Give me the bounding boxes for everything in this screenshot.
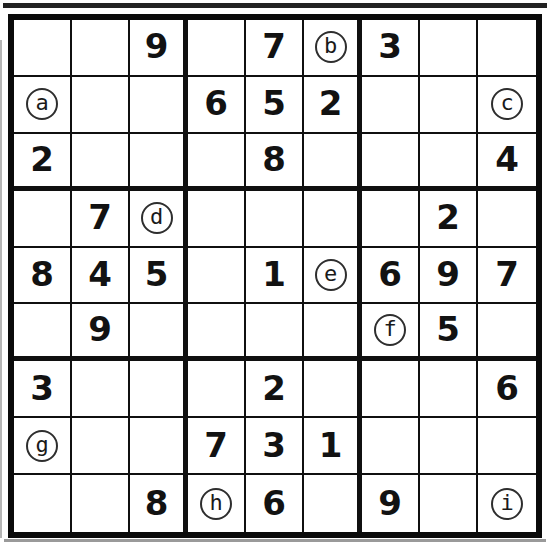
circled-letter-e: e (315, 259, 347, 291)
given-digit: 6 (262, 486, 286, 522)
cell-r1c7[interactable]: 3 (362, 20, 420, 77)
cell-r2c8[interactable] (420, 77, 478, 134)
cell-r6c1[interactable] (14, 304, 72, 361)
given-digit: 7 (88, 200, 112, 236)
cell-r9c6[interactable] (304, 475, 362, 532)
cell-r6c3[interactable] (130, 304, 188, 361)
cell-r7c1[interactable]: 3 (14, 361, 72, 418)
cell-r7c6[interactable] (304, 361, 362, 418)
given-digit: 8 (145, 486, 169, 522)
cell-r1c3[interactable]: 9 (130, 20, 188, 77)
cell-r4c7[interactable] (362, 191, 420, 248)
sudoku-board: 97b3a652c2847d28451e6979f5326g7318h69i (8, 14, 542, 538)
cell-r8c6[interactable]: 1 (304, 418, 362, 475)
cell-r3c1[interactable]: 2 (14, 134, 72, 191)
scan-bottom-shadow (4, 539, 546, 542)
cell-r1c5[interactable]: 7 (246, 20, 304, 77)
cell-r5c7[interactable]: 6 (362, 248, 420, 305)
given-digit: 8 (262, 142, 286, 178)
sudoku-puzzle-image: 97b3a652c2847d28451e6979f5326g7318h69i (0, 0, 550, 547)
cell-r6c4[interactable] (188, 304, 246, 361)
circled-letter-g: g (26, 430, 58, 462)
cell-r8c5[interactable]: 3 (246, 418, 304, 475)
cell-r6c2[interactable]: 9 (72, 304, 130, 361)
cell-r1c8[interactable] (420, 20, 478, 77)
given-digit: 9 (88, 312, 112, 348)
cell-r1c9[interactable] (478, 20, 536, 77)
cell-r2c1[interactable]: a (14, 77, 72, 134)
given-digit: 3 (30, 371, 54, 407)
cell-r4c3[interactable]: d (130, 191, 188, 248)
cell-r3c8[interactable] (420, 134, 478, 191)
cell-r3c7[interactable] (362, 134, 420, 191)
cell-r2c5[interactable]: 5 (246, 77, 304, 134)
cell-r2c6[interactable]: 2 (304, 77, 362, 134)
cell-r4c2[interactable]: 7 (72, 191, 130, 248)
circled-letter-b: b (315, 31, 347, 63)
cell-r7c5[interactable]: 2 (246, 361, 304, 418)
given-digit: 5 (436, 312, 460, 348)
cell-r8c9[interactable] (478, 418, 536, 475)
scan-left-edge (0, 40, 2, 538)
given-digit: 8 (30, 257, 54, 293)
cell-r5c1[interactable]: 8 (14, 248, 72, 305)
given-digit: 2 (319, 86, 343, 122)
cell-r6c8[interactable]: 5 (420, 304, 478, 361)
circled-letter-a: a (26, 88, 58, 120)
cell-r4c6[interactable] (304, 191, 362, 248)
cell-r5c5[interactable]: 1 (246, 248, 304, 305)
cell-r7c3[interactable] (130, 361, 188, 418)
given-digit: 6 (204, 86, 228, 122)
given-digit: 9 (145, 29, 169, 65)
given-digit: 6 (378, 257, 402, 293)
cell-r9c1[interactable] (14, 475, 72, 532)
cell-r3c2[interactable] (72, 134, 130, 191)
cell-r8c3[interactable] (130, 418, 188, 475)
cell-r1c2[interactable] (72, 20, 130, 77)
cell-r5c6[interactable]: e (304, 248, 362, 305)
given-digit: 3 (378, 29, 402, 65)
cell-r9c8[interactable] (420, 475, 478, 532)
given-digit: 5 (145, 257, 169, 293)
cell-r4c5[interactable] (246, 191, 304, 248)
given-digit: 7 (495, 257, 519, 293)
cell-r8c2[interactable] (72, 418, 130, 475)
cell-r1c6[interactable]: b (304, 20, 362, 77)
cell-r7c2[interactable] (72, 361, 130, 418)
given-digit: 4 (495, 142, 519, 178)
cell-r9c4[interactable]: h (188, 475, 246, 532)
cell-r2c3[interactable] (130, 77, 188, 134)
cell-r6c7[interactable]: f (362, 304, 420, 361)
cell-r3c9[interactable]: 4 (478, 134, 536, 191)
cell-r7c8[interactable] (420, 361, 478, 418)
cell-r7c7[interactable] (362, 361, 420, 418)
cell-r2c7[interactable] (362, 77, 420, 134)
scan-top-edge (3, 3, 547, 8)
cell-r1c4[interactable] (188, 20, 246, 77)
cell-r2c4[interactable]: 6 (188, 77, 246, 134)
cell-r4c9[interactable] (478, 191, 536, 248)
cell-r4c1[interactable] (14, 191, 72, 248)
cell-r3c6[interactable] (304, 134, 362, 191)
cell-r3c4[interactable] (188, 134, 246, 191)
circled-letter-i: i (491, 488, 523, 520)
given-digit: 2 (436, 200, 460, 236)
cell-r3c3[interactable] (130, 134, 188, 191)
cell-r6c6[interactable] (304, 304, 362, 361)
cell-r9c2[interactable] (72, 475, 130, 532)
given-digit: 1 (262, 257, 286, 293)
cell-r7c4[interactable] (188, 361, 246, 418)
cell-r3c5[interactable]: 8 (246, 134, 304, 191)
given-digit: 9 (378, 486, 402, 522)
cell-r5c3[interactable]: 5 (130, 248, 188, 305)
cell-r8c1[interactable]: g (14, 418, 72, 475)
cell-r8c4[interactable]: 7 (188, 418, 246, 475)
given-digit: 9 (436, 257, 460, 293)
given-digit: 7 (204, 428, 228, 464)
cell-r9c9[interactable]: i (478, 475, 536, 532)
cell-r5c8[interactable]: 9 (420, 248, 478, 305)
cell-r5c2[interactable]: 4 (72, 248, 130, 305)
given-digit: 4 (88, 257, 112, 293)
circled-letter-c: c (491, 88, 523, 120)
circled-letter-d: d (141, 202, 173, 234)
cell-r5c9[interactable]: 7 (478, 248, 536, 305)
cell-r8c8[interactable] (420, 418, 478, 475)
circled-letter-f: f (374, 314, 406, 346)
given-digit: 5 (262, 86, 286, 122)
circled-letter-h: h (200, 488, 232, 520)
cell-r7c9[interactable]: 6 (478, 361, 536, 418)
cell-r9c5[interactable]: 6 (246, 475, 304, 532)
cell-r9c7[interactable]: 9 (362, 475, 420, 532)
given-digit: 6 (495, 371, 519, 407)
cell-r2c9[interactable]: c (478, 77, 536, 134)
cell-r4c4[interactable] (188, 191, 246, 248)
given-digit: 1 (319, 428, 343, 464)
cell-r9c3[interactable]: 8 (130, 475, 188, 532)
cell-r2c2[interactable] (72, 77, 130, 134)
given-digit: 7 (262, 29, 286, 65)
cell-r6c5[interactable] (246, 304, 304, 361)
cell-r8c7[interactable] (362, 418, 420, 475)
given-digit: 2 (30, 142, 54, 178)
cell-r4c8[interactable]: 2 (420, 191, 478, 248)
given-digit: 3 (262, 428, 286, 464)
given-digit: 2 (262, 371, 286, 407)
cell-r5c4[interactable] (188, 248, 246, 305)
cell-r6c9[interactable] (478, 304, 536, 361)
cell-r1c1[interactable] (14, 20, 72, 77)
